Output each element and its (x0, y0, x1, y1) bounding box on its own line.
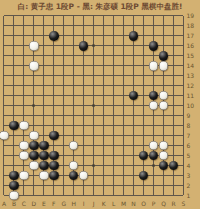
board-cell (99, 121, 109, 131)
board-cell (89, 41, 99, 51)
white-stone (159, 101, 168, 110)
board-cell (0, 21, 9, 31)
column-label: F (49, 200, 58, 207)
white-stone (19, 121, 28, 130)
board-cell (69, 101, 79, 111)
board-cell (89, 11, 99, 21)
row-label: 13 (187, 72, 197, 79)
board-cell (0, 101, 9, 111)
board-cell (0, 61, 9, 71)
board-cell (139, 101, 149, 111)
black-stone (159, 51, 168, 60)
board-cell (168, 91, 178, 101)
board-cell (129, 131, 139, 141)
board-cell (168, 171, 178, 181)
board-cell (139, 121, 149, 131)
white-stone (19, 151, 28, 160)
board-cell (39, 41, 49, 51)
board-cell (149, 161, 159, 171)
board-cell (168, 51, 178, 61)
board-cell (79, 151, 89, 161)
board-cell (89, 131, 99, 141)
board-cell (29, 111, 39, 121)
board-cell (129, 41, 139, 51)
board-cell (9, 171, 19, 181)
board-cell (119, 91, 129, 101)
board-cell (149, 41, 159, 51)
board-cell (0, 11, 9, 21)
black-stone (9, 181, 18, 190)
board-cell (159, 171, 169, 181)
black-stone (49, 31, 58, 40)
row-label: 7 (187, 132, 197, 139)
black-stone (39, 151, 48, 160)
board-cell (29, 51, 39, 61)
board-cell (29, 161, 39, 171)
board-cell (79, 111, 89, 121)
row-label: 10 (187, 102, 197, 109)
board-cell (39, 71, 49, 81)
board-cell (49, 141, 59, 151)
black-stone (29, 141, 38, 150)
board-cell (159, 121, 169, 131)
black-stone (159, 161, 168, 170)
board-cell (29, 121, 39, 131)
board-cell (159, 141, 169, 151)
black-stone (149, 151, 158, 160)
board-cell (129, 11, 139, 21)
board-cell (0, 51, 9, 61)
black-stone (9, 171, 18, 180)
board-cell (119, 61, 129, 71)
column-label: H (69, 200, 78, 207)
row-label: 14 (187, 62, 197, 69)
board-cell (19, 180, 29, 190)
board-cell (19, 21, 29, 31)
board-cell (49, 11, 59, 21)
black-stone (129, 91, 138, 100)
board-cell (0, 91, 9, 101)
board-cell (89, 180, 99, 190)
row-label: 16 (187, 42, 197, 49)
board-cell (29, 91, 39, 101)
board-cell (159, 11, 169, 21)
go-board (0, 11, 188, 200)
white-stone (149, 101, 158, 110)
board-cell (109, 141, 119, 151)
board-cell (49, 180, 59, 190)
board-cell (9, 31, 19, 41)
board-cell (159, 91, 169, 101)
board-cell (99, 151, 109, 161)
white-stone (29, 61, 38, 70)
white-stone (149, 141, 158, 150)
board-cell (159, 51, 169, 61)
board-cell (129, 121, 139, 131)
board-cell (69, 51, 79, 61)
board-cell (168, 81, 178, 91)
board-cell (168, 21, 178, 31)
board-cell (89, 190, 99, 200)
board-cell (49, 91, 59, 101)
board-cell (119, 71, 129, 81)
board-cell (159, 131, 169, 141)
board-cell (139, 190, 149, 200)
white-stone (19, 171, 28, 180)
black-stone (129, 31, 138, 40)
board-cell (79, 51, 89, 61)
board-cell (168, 180, 178, 190)
board-cell (149, 121, 159, 131)
board-cell (89, 141, 99, 151)
board-cell (149, 31, 159, 41)
board-cell (139, 151, 149, 161)
board-cell (29, 81, 39, 91)
board-cell (159, 81, 169, 91)
board-cell (109, 131, 119, 141)
board-cell (109, 41, 119, 51)
board-cell (69, 190, 79, 200)
board-cell (19, 121, 29, 131)
column-label: O (139, 200, 148, 207)
board-cell (59, 21, 69, 31)
board-cell (89, 21, 99, 31)
column-label: G (59, 200, 68, 207)
board-cell (159, 101, 169, 111)
board-cell (159, 190, 169, 200)
board-cell (99, 180, 109, 190)
black-stone (49, 161, 58, 170)
column-label: N (129, 200, 138, 207)
board-cell (89, 161, 99, 171)
row-label: 15 (187, 52, 197, 59)
board-cell (89, 81, 99, 91)
board-cell (79, 41, 89, 51)
board-cell (139, 11, 149, 21)
board-cell (119, 171, 129, 181)
board-cell (139, 31, 149, 41)
board-cell (129, 161, 139, 171)
board-cell (19, 161, 29, 171)
board-cell (129, 171, 139, 181)
board-cell (29, 171, 39, 181)
board-cell (99, 51, 109, 61)
black-stone (49, 151, 58, 160)
board-cell (79, 31, 89, 41)
board-cell (39, 91, 49, 101)
board-cell (29, 61, 39, 71)
board-cell (139, 141, 149, 151)
board-cell (149, 71, 159, 81)
board-cell (139, 71, 149, 81)
board-cell (168, 141, 178, 151)
black-stone (39, 141, 48, 150)
row-label: 4 (187, 162, 197, 169)
board-cell (49, 101, 59, 111)
board-cell (149, 151, 159, 161)
board-cell (99, 131, 109, 141)
board-cell (159, 111, 169, 121)
board-cell (59, 31, 69, 41)
white-stone (29, 161, 38, 170)
board-cell (79, 171, 89, 181)
board-cell (99, 11, 109, 21)
board-cell (59, 180, 69, 190)
board-cell (0, 141, 9, 151)
board-cell (19, 61, 29, 71)
board-cell (9, 121, 19, 131)
board-cell (139, 91, 149, 101)
row-label: 11 (187, 92, 197, 99)
board-cell (119, 151, 129, 161)
black-stone (39, 161, 48, 170)
board-cell (149, 81, 159, 91)
board-cell (39, 61, 49, 71)
board-cell (139, 61, 149, 71)
board-cell (0, 131, 9, 141)
board-cell (79, 190, 89, 200)
board-cell (89, 71, 99, 81)
board-cell (99, 190, 109, 200)
board-cell (29, 31, 39, 41)
board-cell (59, 41, 69, 51)
board-cell (0, 81, 9, 91)
board-cell (69, 91, 79, 101)
board-cell (59, 171, 69, 181)
board-cell (119, 180, 129, 190)
row-label: 9 (187, 112, 197, 119)
board-cell (99, 141, 109, 151)
white-stone (69, 161, 78, 170)
board-cell (109, 11, 119, 21)
column-label: A (0, 200, 9, 207)
board-cell (79, 131, 89, 141)
board-cell (69, 111, 79, 121)
board-cell (49, 31, 59, 41)
black-stone (49, 171, 58, 180)
board-cell (9, 71, 19, 81)
board-cell (79, 141, 89, 151)
board-cell (139, 131, 149, 141)
board-cell (149, 91, 159, 101)
board-cell (29, 21, 39, 31)
board-cell (39, 121, 49, 131)
board-cell (19, 131, 29, 141)
column-label: D (29, 200, 38, 207)
board-cell (9, 91, 19, 101)
board-cell (9, 61, 19, 71)
board-cell (39, 21, 49, 31)
board-cell (39, 51, 49, 61)
board-cell (49, 190, 59, 200)
board-cell (9, 11, 19, 21)
board-cell (109, 101, 119, 111)
board-cell (0, 111, 9, 121)
board-cell (139, 161, 149, 171)
board-cell (59, 71, 69, 81)
board-cell (59, 11, 69, 21)
board-cell (79, 21, 89, 31)
row-label: 19 (187, 12, 197, 19)
board-cell (49, 161, 59, 171)
board-cell (59, 151, 69, 161)
board-cell (129, 61, 139, 71)
board-cell (59, 51, 69, 61)
row-label: 1 (187, 192, 197, 199)
board-cell (49, 151, 59, 161)
board-cell (9, 190, 19, 200)
board-cell (168, 61, 178, 71)
board-cell (39, 81, 49, 91)
board-cell (29, 190, 39, 200)
board-cell (19, 111, 29, 121)
board-cell (119, 31, 129, 41)
column-label: B (9, 200, 18, 207)
board-cell (89, 61, 99, 71)
board-cell (99, 21, 109, 31)
board-cell (69, 131, 79, 141)
board-cell (59, 111, 69, 121)
white-stone (29, 131, 38, 140)
board-cell (79, 180, 89, 190)
row-label: 5 (187, 152, 197, 159)
board-cell (79, 91, 89, 101)
board-cell (129, 151, 139, 161)
board-cell (168, 161, 178, 171)
board-cell (39, 31, 49, 41)
board-cell (9, 131, 19, 141)
board-cell (149, 180, 159, 190)
board-cell (129, 190, 139, 200)
board-cell (129, 101, 139, 111)
white-stone (19, 141, 28, 150)
board-cell (149, 21, 159, 31)
board-cell (159, 71, 169, 81)
board-cell (69, 151, 79, 161)
go-game-viewer: 白: 黄子忠 1段P - 黑: 朱彦硕 1段P 黑棋中盘胜! 191817161… (0, 0, 200, 209)
board-cell (0, 190, 9, 200)
row-label: 18 (187, 22, 197, 29)
board-cell (149, 131, 159, 141)
black-stone (169, 161, 178, 170)
star-point (32, 104, 35, 107)
white-stone (39, 171, 48, 180)
board-cell (99, 61, 109, 71)
board-cell (89, 91, 99, 101)
board-cell (149, 51, 159, 61)
board-cell (39, 111, 49, 121)
board-cell (129, 91, 139, 101)
white-stone (29, 41, 38, 50)
board-cell (129, 141, 139, 151)
board-cell (9, 161, 19, 171)
board-cell (129, 31, 139, 41)
board-cell (39, 141, 49, 151)
board-cell (119, 51, 129, 61)
board-cell (119, 131, 129, 141)
board-cell (99, 171, 109, 181)
board-cell (89, 101, 99, 111)
row-label: 2 (187, 182, 197, 189)
board-cell (168, 111, 178, 121)
board-cell (159, 151, 169, 161)
board-cell (49, 61, 59, 71)
board-cell (168, 190, 178, 200)
board-cell (129, 21, 139, 31)
board-cell (109, 121, 119, 131)
board-cell (99, 81, 109, 91)
board-cell (109, 111, 119, 121)
board-cell (19, 11, 29, 21)
board-cell (69, 141, 79, 151)
board-cell (89, 111, 99, 121)
column-label: I (79, 200, 88, 207)
board-cell (59, 141, 69, 151)
board-cell (29, 131, 39, 141)
white-stone (149, 61, 158, 70)
black-stone (139, 171, 148, 180)
board-cell (109, 190, 119, 200)
board-cell (109, 61, 119, 71)
row-label: 6 (187, 142, 197, 149)
board-cell (89, 51, 99, 61)
board-cell (59, 131, 69, 141)
board-cell (0, 121, 9, 131)
board-cell (119, 141, 129, 151)
board-cell (0, 31, 9, 41)
board-cell (79, 11, 89, 21)
board-cell (99, 31, 109, 41)
board-cell (49, 21, 59, 31)
black-stone (69, 171, 78, 180)
board-cell (59, 121, 69, 131)
board-cell (0, 71, 9, 81)
board-cell (49, 171, 59, 181)
board-cell (168, 151, 178, 161)
black-stone (149, 91, 158, 100)
board-cell (168, 101, 178, 111)
column-label: S (179, 200, 188, 207)
black-stone (139, 151, 148, 160)
board-cell (49, 121, 59, 131)
board-cell (139, 81, 149, 91)
board-cell (109, 31, 119, 41)
board-cell (0, 151, 9, 161)
board-cell (119, 21, 129, 31)
board-cell (9, 151, 19, 161)
board-cell (168, 131, 178, 141)
board-cell (19, 41, 29, 51)
row-label: 8 (187, 122, 197, 129)
board-cell (139, 21, 149, 31)
board-cell (19, 151, 29, 161)
row-label: 12 (187, 82, 197, 89)
column-label: P (149, 200, 158, 207)
board-cell (99, 41, 109, 51)
board-cell (99, 101, 109, 111)
column-label: K (99, 200, 108, 207)
board-cell (139, 171, 149, 181)
board-cell (69, 61, 79, 71)
board-cell (168, 31, 178, 41)
row-label: 3 (187, 172, 197, 179)
board-cell (69, 121, 79, 131)
board-cell (109, 91, 119, 101)
board-cell (159, 41, 169, 51)
white-stone (159, 141, 168, 150)
board-cell (99, 71, 109, 81)
row-label: 17 (187, 32, 197, 39)
